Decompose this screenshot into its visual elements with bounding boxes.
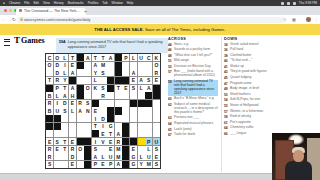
grid-cell[interactable]: I bbox=[54, 100, 61, 107]
grid-cell[interactable] bbox=[138, 146, 145, 153]
clue-text: Quaint lodging bbox=[230, 76, 251, 80]
grid-cell[interactable] bbox=[145, 130, 152, 137]
grid-cell[interactable] bbox=[77, 77, 84, 84]
clue-item[interactable]: 54Salt-N-Pepa, for one bbox=[224, 98, 274, 102]
clue-text: Mid-range bbox=[174, 59, 189, 63]
clue-item[interactable]: 46Sounds at a poultry farm bbox=[168, 48, 218, 52]
grid-cell[interactable]: I bbox=[92, 138, 99, 145]
grid-cell[interactable]: K bbox=[153, 54, 160, 61]
grid-cell[interactable]: A bbox=[69, 85, 76, 92]
clue-item[interactable]: 67Tools for duels bbox=[168, 133, 218, 137]
hamburger-menu-icon[interactable] bbox=[4, 39, 10, 46]
grid-cell[interactable] bbox=[130, 62, 137, 69]
clue-text: Pull hard bbox=[230, 48, 243, 52]
grid-cell[interactable] bbox=[61, 130, 68, 137]
grid-cell[interactable] bbox=[61, 161, 68, 168]
grid-cell[interactable]: R bbox=[69, 146, 76, 153]
browser-tab-strip: The Crossword — The New York… + bbox=[0, 6, 320, 15]
wifi-icon bbox=[287, 2, 290, 5]
games-logo[interactable]: TGames bbox=[14, 35, 45, 45]
clue-text: Latch (onto) bbox=[174, 128, 192, 132]
grid-cell[interactable]: D bbox=[54, 69, 61, 76]
grid-cell[interactable] bbox=[130, 123, 137, 130]
grid-cell[interactable] bbox=[69, 123, 76, 130]
grid-cell[interactable] bbox=[99, 100, 106, 107]
grid-cell[interactable] bbox=[84, 115, 91, 122]
crossword-grid[interactable]: COLTATTAPLUCKODIEAMODLAYSARTRYLEASEPTAOK… bbox=[45, 53, 161, 169]
clue-item[interactable]: 52Decision on Election Day bbox=[168, 65, 218, 69]
black-square bbox=[122, 77, 129, 84]
black-square bbox=[77, 54, 84, 61]
grid-cell[interactable] bbox=[145, 115, 152, 122]
grid-cell[interactable] bbox=[54, 161, 61, 168]
black-square bbox=[77, 92, 84, 99]
clue-item[interactable]: 57Worms, to a fisherman bbox=[224, 110, 274, 114]
clue-item[interactable]: 48"What else can I tell you?" bbox=[168, 54, 218, 58]
grid-cell[interactable]: M bbox=[115, 146, 122, 153]
grid-cell[interactable]: S bbox=[54, 138, 61, 145]
browser-menu-icon[interactable]: ⋮ bbox=[314, 15, 318, 24]
across-clue-list: ACROSS 44Stars, e.g.46Sounds at a poultr… bbox=[168, 37, 218, 172]
grid-cell[interactable]: A bbox=[138, 77, 145, 84]
black-square bbox=[46, 115, 53, 122]
black-square bbox=[122, 153, 129, 160]
black-square bbox=[46, 123, 53, 130]
black-square bbox=[77, 138, 84, 145]
grid-cell[interactable]: E bbox=[69, 161, 76, 168]
grid-cell[interactable]: L bbox=[145, 146, 152, 153]
grid-cell[interactable]: I bbox=[99, 123, 106, 130]
grid-cell[interactable]: Y bbox=[92, 69, 99, 76]
grid-cell[interactable]: A bbox=[107, 54, 114, 61]
black-square bbox=[107, 107, 114, 114]
grid-cell[interactable]: D bbox=[69, 153, 76, 160]
grid-cell[interactable] bbox=[61, 123, 68, 130]
clue-text: Shed feathers bbox=[230, 93, 251, 97]
grid-cell[interactable]: T bbox=[61, 146, 68, 153]
active-clue-text: Long-running animated TV role that hasn'… bbox=[68, 38, 168, 53]
grid-cell[interactable] bbox=[138, 123, 145, 130]
grid-cell[interactable]: B bbox=[46, 92, 53, 99]
grid-cell[interactable]: Y bbox=[138, 161, 145, 168]
grid-cell[interactable]: R bbox=[99, 92, 106, 99]
clue-item[interactable]: 64Repeated musical phrases bbox=[168, 122, 218, 126]
grid-cell[interactable] bbox=[145, 62, 152, 69]
clue-item[interactable]: 58Kind of whisky bbox=[224, 115, 274, 119]
grid-cell[interactable]: U bbox=[145, 153, 152, 160]
grid-cell[interactable] bbox=[130, 92, 137, 99]
black-square bbox=[122, 138, 129, 145]
grid-cell[interactable] bbox=[92, 92, 99, 99]
grid-cell[interactable] bbox=[145, 107, 152, 114]
spotlight-icon bbox=[293, 2, 296, 5]
grid-cell[interactable]: A bbox=[145, 85, 152, 92]
clue-text: Kind of whisky bbox=[230, 115, 251, 119]
grid-cell[interactable]: T bbox=[61, 138, 68, 145]
grid-cell[interactable]: A bbox=[69, 69, 76, 76]
grid-cell[interactable]: S bbox=[99, 85, 106, 92]
grid-cell[interactable]: G bbox=[130, 153, 137, 160]
sale-banner-rest: Save on all of The Times, including Game… bbox=[144, 27, 226, 32]
clue-item[interactable]: 61Pro's opposite bbox=[224, 121, 274, 125]
grid-cell[interactable] bbox=[138, 138, 145, 145]
grid-cell[interactable]: B bbox=[46, 107, 53, 114]
grid-cell[interactable]: A bbox=[92, 153, 99, 160]
clue-item[interactable]: 50Shed feathers bbox=[224, 93, 274, 97]
grid-cell[interactable] bbox=[153, 123, 160, 130]
grid-cell[interactable]: L bbox=[138, 85, 145, 92]
grid-cell[interactable]: L bbox=[138, 153, 145, 160]
grid-cell[interactable] bbox=[130, 130, 137, 137]
clue-text: "To that end ..." bbox=[230, 59, 252, 63]
grid-cell[interactable]: P bbox=[92, 161, 99, 168]
grid-cell[interactable]: D bbox=[54, 62, 61, 69]
grid-cell[interactable]: E bbox=[153, 153, 160, 160]
person-face bbox=[293, 150, 304, 162]
reload-icon[interactable]: ↻ bbox=[12, 15, 16, 24]
clue-item[interactable]: 34Greek salad morsel bbox=[224, 43, 274, 47]
clue-item[interactable]: 45Quaint lodging bbox=[224, 76, 274, 80]
grid-cell[interactable]: E bbox=[99, 130, 106, 137]
battery-icon bbox=[281, 2, 284, 5]
grid-cell[interactable]: K bbox=[92, 85, 99, 92]
grid-cell[interactable] bbox=[69, 130, 76, 137]
grid-cell[interactable]: S bbox=[92, 146, 99, 153]
sale-banner-bold: THE ALL ACCESS SALE. bbox=[94, 27, 143, 32]
grid-cell[interactable] bbox=[138, 62, 145, 69]
active-clue-bar[interactable]: 59A Long-running animated TV role that h… bbox=[56, 38, 168, 53]
grid-cell[interactable]: S bbox=[145, 77, 152, 84]
grid-cell[interactable]: E bbox=[130, 77, 137, 84]
grid-cell[interactable] bbox=[77, 115, 84, 122]
black-square bbox=[77, 85, 84, 92]
grid-cell[interactable] bbox=[153, 115, 160, 122]
grid-cell[interactable] bbox=[138, 115, 145, 122]
games-title: Games bbox=[21, 36, 45, 45]
black-square bbox=[115, 54, 122, 61]
grid-cell[interactable]: T bbox=[69, 54, 76, 61]
black-square bbox=[69, 77, 76, 84]
grid-cell[interactable]: E bbox=[99, 161, 106, 168]
down-clue-list: DOWN 34Greek salad morsel36Pull hard38Cl… bbox=[221, 37, 274, 172]
clue-item[interactable]: 43They're good with figures bbox=[224, 70, 274, 74]
webcam-overlay bbox=[272, 133, 320, 180]
grid-cell[interactable]: S bbox=[130, 85, 137, 92]
grid-cell[interactable] bbox=[145, 69, 152, 76]
grid-cell[interactable] bbox=[130, 115, 137, 122]
new-tab-button[interactable]: + bbox=[84, 8, 87, 14]
screen: { "game": "crossword (New York Times dai… bbox=[0, 0, 320, 180]
grid-cell[interactable]: M bbox=[145, 161, 152, 168]
grid-cell[interactable]: S bbox=[61, 107, 68, 114]
grid-cell[interactable] bbox=[77, 153, 84, 160]
grid-cell[interactable]: M bbox=[99, 62, 106, 69]
grid-cell[interactable]: U bbox=[153, 138, 160, 145]
grid-cell[interactable]: O bbox=[84, 85, 91, 92]
grid-cell[interactable]: E bbox=[122, 85, 129, 92]
clue-item[interactable]: 55Stone of Hollywood bbox=[224, 104, 274, 108]
clue-item[interactable]: 44Stars, e.g. bbox=[168, 43, 218, 47]
grid-cell[interactable]: A bbox=[115, 130, 122, 137]
grid-cell[interactable] bbox=[153, 130, 160, 137]
black-square bbox=[115, 69, 122, 76]
clue-text: Salt-N-Pepa, for one bbox=[230, 98, 260, 102]
profile-avatar[interactable] bbox=[306, 17, 311, 22]
clue-item[interactable]: 57Bon ___ (indie band with a phenomenal … bbox=[168, 70, 218, 78]
clue-text: ___ Lingus bbox=[230, 132, 246, 136]
grid-cell[interactable] bbox=[77, 69, 84, 76]
grid-cell[interactable] bbox=[107, 92, 114, 99]
grid-cell[interactable]: L bbox=[92, 77, 99, 84]
grid-cell[interactable]: R bbox=[46, 100, 53, 107]
grid-cell[interactable] bbox=[115, 115, 122, 122]
grid-cell[interactable]: I bbox=[61, 62, 68, 69]
black-square bbox=[107, 115, 114, 122]
grid-cell[interactable]: O bbox=[153, 62, 160, 69]
grid-cell[interactable] bbox=[54, 130, 61, 137]
grid-cell[interactable]: E bbox=[107, 138, 114, 145]
grid-cell[interactable]: R bbox=[46, 146, 53, 153]
grid-cell[interactable] bbox=[84, 130, 91, 137]
grid-cell[interactable] bbox=[99, 146, 106, 153]
grid-cell[interactable]: T bbox=[46, 77, 53, 84]
grid-cell[interactable]: V bbox=[99, 138, 106, 145]
grid-cell[interactable] bbox=[122, 107, 129, 114]
grid-cell[interactable]: P bbox=[122, 54, 129, 61]
extensions-icon[interactable]: ▦ bbox=[292, 15, 296, 24]
grid-cell[interactable]: A bbox=[115, 161, 122, 168]
black-square bbox=[115, 77, 122, 84]
grid-cell[interactable]: P bbox=[54, 85, 61, 92]
black-square bbox=[84, 146, 91, 153]
grid-cell[interactable]: S bbox=[84, 100, 91, 107]
grid-cell[interactable] bbox=[107, 62, 114, 69]
grid-cell[interactable]: T bbox=[99, 54, 106, 61]
black-square bbox=[84, 153, 91, 160]
grid-cell[interactable] bbox=[115, 123, 122, 130]
grid-cell[interactable] bbox=[122, 100, 129, 107]
grid-cell[interactable]: A bbox=[77, 107, 84, 114]
grid-cell[interactable] bbox=[54, 153, 61, 160]
grid-cell[interactable]: E bbox=[54, 146, 61, 153]
grid-cell[interactable]: E bbox=[92, 107, 99, 114]
grid-cell[interactable] bbox=[138, 92, 145, 99]
black-square bbox=[54, 123, 61, 130]
grid-cell[interactable] bbox=[46, 130, 53, 137]
grid-cell[interactable]: T bbox=[107, 130, 114, 137]
grid-cell[interactable] bbox=[130, 107, 137, 114]
grid-cell[interactable] bbox=[84, 92, 91, 99]
clue-text: Decision on Election Day bbox=[174, 65, 211, 69]
grid-cell[interactable] bbox=[84, 77, 91, 84]
grid-cell[interactable]: R bbox=[46, 153, 53, 160]
grid-cell[interactable]: U bbox=[54, 107, 61, 114]
grid-cell[interactable] bbox=[99, 77, 106, 84]
clue-item[interactable]: 47Program anew bbox=[224, 82, 274, 86]
grid-cell[interactable]: T bbox=[61, 85, 68, 92]
grid-cell[interactable]: E bbox=[69, 138, 76, 145]
black-square bbox=[122, 123, 129, 130]
grid-cell[interactable]: A bbox=[84, 54, 91, 61]
grid-cell[interactable] bbox=[115, 92, 122, 99]
grid-cell[interactable]: O bbox=[77, 146, 84, 153]
clue-item[interactable]: 60Bach's "B Minor Mass," e.g. bbox=[168, 97, 218, 101]
black-square bbox=[130, 100, 137, 107]
grid-cell[interactable]: R bbox=[115, 138, 122, 145]
grid-cell[interactable]: I bbox=[92, 115, 99, 122]
clue-text: Stone of Hollywood bbox=[230, 104, 258, 108]
grid-cell[interactable] bbox=[77, 123, 84, 130]
forward-icon[interactable]: → bbox=[7, 15, 12, 24]
grid-cell[interactable] bbox=[69, 115, 76, 122]
clue-item[interactable]: 49Body image, in brief bbox=[224, 87, 274, 91]
clue-text: Sounds at a poultry farm bbox=[174, 48, 210, 52]
clue-text: Bon ___ (indie band with a phenomenal al… bbox=[174, 70, 218, 78]
grid-cell[interactable]: S bbox=[153, 146, 160, 153]
grid-cell[interactable]: G bbox=[130, 161, 137, 168]
grid-cell[interactable]: U bbox=[138, 54, 145, 61]
clue-item[interactable]: 62Subject of some medical research ... o… bbox=[168, 103, 218, 115]
grid-cell[interactable]: H bbox=[69, 92, 76, 99]
black-square bbox=[92, 130, 99, 137]
sale-banner[interactable]: THE ALL ACCESS SALE. Save on all of The … bbox=[0, 24, 320, 35]
grid-cell[interactable] bbox=[99, 107, 106, 114]
grid-cell[interactable]: L bbox=[54, 92, 61, 99]
grid-cell[interactable]: L bbox=[130, 54, 137, 61]
clue-text: Program anew bbox=[230, 82, 251, 86]
grid-cell[interactable]: T bbox=[115, 85, 122, 92]
browser-tab[interactable]: The Crossword — The New York… bbox=[16, 8, 86, 16]
grid-cell[interactable]: A bbox=[61, 92, 68, 99]
grid-cell[interactable] bbox=[77, 130, 84, 137]
grid-cell[interactable]: T bbox=[92, 54, 99, 61]
nyt-t-logo: T bbox=[14, 35, 20, 45]
grid-cell[interactable]: E bbox=[69, 62, 76, 69]
window-close-button[interactable] bbox=[4, 9, 7, 12]
clue-item[interactable]: 66___ Lingus bbox=[224, 132, 274, 136]
black-square bbox=[122, 130, 129, 137]
grid-cell[interactable]: L bbox=[61, 69, 68, 76]
black-square bbox=[115, 107, 122, 114]
grid-cell[interactable]: S bbox=[153, 161, 160, 168]
grid-cell[interactable] bbox=[145, 123, 152, 130]
grid-cell[interactable]: E bbox=[130, 146, 137, 153]
grid-cell[interactable]: N bbox=[84, 107, 91, 114]
grid-cell[interactable] bbox=[115, 100, 122, 107]
grid-cell[interactable] bbox=[84, 123, 91, 130]
grid-cell[interactable]: U bbox=[107, 153, 114, 160]
grid-cell[interactable]: L bbox=[69, 107, 76, 114]
grid-cell[interactable]: D bbox=[61, 100, 68, 107]
black-square bbox=[138, 100, 145, 107]
clue-item[interactable]: 51Mid-range bbox=[168, 59, 218, 63]
grid-cell[interactable] bbox=[107, 69, 114, 76]
grid-cell[interactable]: E bbox=[153, 77, 160, 84]
grid-cell[interactable]: A bbox=[130, 69, 137, 76]
grid-cell[interactable] bbox=[77, 161, 84, 168]
clue-item[interactable]: 40"To that end ..." bbox=[224, 59, 274, 63]
grid-cell[interactable]: R bbox=[153, 69, 160, 76]
clue-item[interactable]: 63Persona non ___ bbox=[168, 116, 218, 120]
clue-text: "What else can I tell you?" bbox=[174, 54, 212, 58]
grid-cell[interactable]: Y bbox=[61, 77, 68, 84]
clue-text: Tools for duels bbox=[174, 133, 195, 137]
bookmark-star-icon[interactable]: ☆ bbox=[283, 15, 287, 24]
grid-cell[interactable]: C bbox=[145, 54, 152, 61]
black-square bbox=[84, 161, 91, 168]
grid-cell[interactable]: E bbox=[107, 146, 114, 153]
clue-item[interactable]: 41Shake up bbox=[224, 65, 274, 69]
grid-cell[interactable] bbox=[122, 115, 129, 122]
clue-item[interactable]: 65Latch (onto) bbox=[168, 128, 218, 132]
black-square bbox=[153, 92, 160, 99]
grid-cell[interactable]: L bbox=[61, 54, 68, 61]
grid-cell[interactable] bbox=[122, 69, 129, 76]
clue-text: Pro's opposite bbox=[230, 121, 251, 125]
grid-cell[interactable]: P bbox=[107, 161, 114, 168]
clue-item[interactable]: 59Long-running animated TV role that has… bbox=[168, 80, 218, 96]
grid-cell[interactable]: S bbox=[46, 161, 53, 168]
window-minimize-button[interactable] bbox=[9, 9, 12, 12]
grid-cell[interactable] bbox=[84, 69, 91, 76]
clue-text: Bach's "B Minor Mass," e.g. bbox=[174, 97, 215, 101]
grid-cell[interactable] bbox=[153, 107, 160, 114]
grid-cell[interactable]: O bbox=[46, 62, 53, 69]
grid-cell[interactable]: E bbox=[46, 138, 53, 145]
clue-text: Persona non ___ bbox=[174, 116, 199, 120]
grid-cell[interactable] bbox=[46, 69, 53, 76]
black-square bbox=[115, 62, 122, 69]
grid-cell[interactable]: G bbox=[107, 123, 114, 130]
grid-cell[interactable]: E bbox=[69, 100, 76, 107]
grid-cell[interactable]: A bbox=[92, 62, 99, 69]
grid-cell[interactable] bbox=[84, 62, 91, 69]
grid-cell[interactable] bbox=[61, 115, 68, 122]
grid-cell[interactable]: M bbox=[115, 153, 122, 160]
grid-cell[interactable]: P bbox=[145, 138, 152, 145]
clue-item[interactable]: 64Chemistry suffix bbox=[224, 126, 274, 130]
tab-title: The Crossword — The New York… bbox=[24, 9, 80, 13]
grid-cell[interactable] bbox=[122, 62, 129, 69]
clue-text: Subject of some medical research ... or … bbox=[174, 103, 218, 115]
grid-cell[interactable]: R bbox=[77, 100, 84, 107]
grid-cell[interactable]: D bbox=[99, 115, 106, 122]
grid-cell[interactable]: T bbox=[92, 123, 99, 130]
clue-text: Chemistry suffix bbox=[230, 126, 253, 130]
grid-cell[interactable]: O bbox=[54, 54, 61, 61]
clue-text: Greek salad morsel bbox=[230, 43, 259, 47]
clue-item[interactable]: 36Pull hard bbox=[224, 48, 274, 52]
grid-cell[interactable] bbox=[122, 92, 129, 99]
grid-cell[interactable] bbox=[138, 69, 145, 76]
grid-cell[interactable] bbox=[138, 130, 145, 137]
clue-text: Clarified butter bbox=[230, 54, 251, 58]
clue-item[interactable]: 38Clarified butter bbox=[224, 54, 274, 58]
grid-cell[interactable]: C bbox=[46, 54, 53, 61]
grid-cell[interactable]: R bbox=[54, 77, 61, 84]
grid-cell[interactable]: S bbox=[99, 69, 106, 76]
grid-cell[interactable] bbox=[61, 153, 68, 160]
grid-cell[interactable] bbox=[107, 100, 114, 107]
black-square bbox=[46, 85, 53, 92]
grid-cell[interactable]: L bbox=[99, 153, 106, 160]
grid-cell[interactable] bbox=[153, 100, 160, 107]
black-square bbox=[130, 138, 137, 145]
grid-cell[interactable] bbox=[138, 107, 145, 114]
url-field[interactable]: 🔒 www.nytimes.com/crosswords/game/daily bbox=[17, 17, 286, 23]
back-icon[interactable]: ← bbox=[2, 15, 7, 24]
window-bottom-edge bbox=[0, 173, 272, 180]
